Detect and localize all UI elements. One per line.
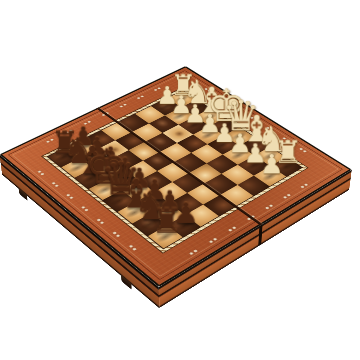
dot-inlay xyxy=(213,238,218,241)
dot-inlay xyxy=(269,204,273,207)
dot-inlay xyxy=(209,240,214,243)
chess-box: ♜♞♝♛♚♝♞♜♟♟♟♟♟♟♟♟♟♟♟♟♟♟♟♟♜♞♝♛♚♝♞♜ xyxy=(0,66,352,287)
white-pawn-icon: ♟ xyxy=(241,120,302,177)
dot-inlay xyxy=(228,229,233,232)
dot-inlay xyxy=(265,207,269,210)
box-foot xyxy=(121,275,132,290)
product-photo: ♜♞♝♛♚♝♞♜♟♟♟♟♟♟♟♟♟♟♟♟♟♟♟♟♜♞♝♛♚♝♞♜ xyxy=(0,0,360,360)
hinge-gap xyxy=(258,224,262,247)
dot-inlay xyxy=(40,173,44,176)
dot-inlay xyxy=(287,194,291,197)
dot-inlay xyxy=(283,196,287,199)
board-top-face: ♜♞♝♛♚♝♞♜♟♟♟♟♟♟♟♟♟♟♟♟♟♟♟♟♜♞♝♛♚♝♞♜ xyxy=(0,66,352,287)
dot-inlay xyxy=(232,226,237,229)
dot-inlay xyxy=(189,252,194,255)
dot-inlay xyxy=(304,183,308,186)
dot-inlay xyxy=(96,218,101,221)
dot-inlay xyxy=(129,245,134,248)
box-foot xyxy=(18,188,27,201)
dot-inlay xyxy=(54,184,58,187)
dot-inlay xyxy=(300,185,304,188)
dot-inlay xyxy=(81,206,85,209)
dot-inlay xyxy=(132,248,137,251)
dot-inlay xyxy=(84,209,88,212)
black-rook-icon: ♜ xyxy=(134,177,200,238)
perspective-scene: ♜♞♝♛♚♝♞♜♟♟♟♟♟♟♟♟♟♟♟♟♟♟♟♟♜♞♝♛♚♝♞♜ xyxy=(0,0,360,360)
dot-inlay xyxy=(100,221,105,224)
dot-inlay xyxy=(51,182,55,185)
dot-inlay xyxy=(193,249,198,252)
dot-inlay xyxy=(37,170,41,173)
dot-inlay xyxy=(69,196,73,199)
dot-inlay xyxy=(66,194,70,197)
dot-inlay xyxy=(116,234,121,237)
dot-inlay xyxy=(112,231,117,234)
